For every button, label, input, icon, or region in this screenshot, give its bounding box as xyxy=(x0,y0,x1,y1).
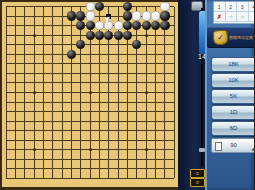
black-stone xyxy=(67,11,76,20)
result-mark-cell: ○ xyxy=(226,12,238,22)
resize-grip-icon: ◢ xyxy=(251,147,254,151)
grid-line-h xyxy=(6,102,174,103)
white-stone xyxy=(95,21,104,30)
black-stone xyxy=(123,31,132,40)
banner-title: 围棋死活宝典 xyxy=(229,35,254,40)
rank-button-18k[interactable]: 18K xyxy=(211,57,254,72)
result-header-cell: 1 xyxy=(214,2,226,12)
black-stone xyxy=(114,31,123,40)
slider-strip: 14 ≡ ≡ xyxy=(178,0,205,190)
white-stone xyxy=(114,21,123,30)
black-stone xyxy=(104,31,113,40)
rank-button-6d[interactable]: 6D xyxy=(211,121,254,136)
grid-line-h xyxy=(6,121,174,122)
black-stone xyxy=(76,21,85,30)
app-window: 14 ≡ ≡ 1234✗○○ ✓ 围棋死活宝典 18K10K5K1D6D 90 … xyxy=(0,0,254,190)
white-stone xyxy=(86,11,95,20)
result-mark-cell xyxy=(249,12,255,22)
black-stone xyxy=(67,50,76,59)
black-stone xyxy=(95,2,104,11)
black-stone xyxy=(86,21,95,30)
board-tool-icon-bottom[interactable]: ≡ xyxy=(190,178,205,187)
black-stone xyxy=(95,31,104,40)
board-tool-icon-top[interactable]: ≡ xyxy=(190,169,205,178)
grid-line-h xyxy=(6,111,174,112)
go-board[interactable] xyxy=(0,0,178,190)
black-stone xyxy=(151,21,160,30)
white-stone xyxy=(132,11,141,20)
black-stone xyxy=(123,2,132,11)
star-point xyxy=(33,34,36,37)
grid-line-h xyxy=(6,140,174,141)
grid-line-v xyxy=(174,7,175,179)
black-stone xyxy=(76,40,85,49)
app-banner: ✓ 围棋死活宝典 xyxy=(207,27,254,48)
star-point xyxy=(33,91,36,94)
result-header-cell: 3 xyxy=(237,2,249,12)
results-table: 1234✗○○ xyxy=(213,1,254,24)
status-row[interactable]: 90 ◢ xyxy=(211,138,254,153)
star-point xyxy=(145,91,148,94)
grid-line-v xyxy=(136,7,137,179)
star-point xyxy=(145,148,148,151)
rank-button-10k[interactable]: 10K xyxy=(211,73,254,88)
white-stone xyxy=(151,11,160,20)
side-panel: 1234✗○○ ✓ 围棋死活宝典 18K10K5K1D6D 90 ◢ xyxy=(205,0,254,190)
grid-line-h xyxy=(6,130,174,131)
grid-line-h xyxy=(6,168,174,169)
white-stone xyxy=(160,2,169,11)
star-point xyxy=(145,34,148,37)
grid-line-v xyxy=(164,7,165,179)
black-stone xyxy=(160,21,169,30)
star-point xyxy=(89,91,92,94)
black-stone xyxy=(123,21,132,30)
gold-crest-icon: ✓ xyxy=(212,29,228,45)
rank-button-1d[interactable]: 1D xyxy=(211,105,254,120)
black-stone xyxy=(123,11,132,20)
rank-button-5k[interactable]: 5K xyxy=(211,89,254,104)
black-stone xyxy=(76,11,85,20)
black-stone xyxy=(86,31,95,40)
result-header-cell: 2 xyxy=(226,2,238,12)
grid-line-h xyxy=(6,178,174,179)
black-stone xyxy=(132,40,141,49)
black-stone xyxy=(160,11,169,20)
result-header-cell: 4 xyxy=(249,2,255,12)
star-point xyxy=(89,148,92,151)
grid-line-v xyxy=(155,7,156,179)
status-label: 90 xyxy=(230,142,237,148)
star-point xyxy=(33,148,36,151)
black-stone xyxy=(142,21,151,30)
white-stone xyxy=(142,11,151,20)
black-stone xyxy=(132,21,141,30)
document-icon xyxy=(215,142,222,151)
result-mark-cell: ○ xyxy=(237,12,249,22)
result-mark-cell: ✗ xyxy=(214,12,226,22)
white-stone xyxy=(86,2,95,11)
grid-line-h xyxy=(6,159,174,160)
